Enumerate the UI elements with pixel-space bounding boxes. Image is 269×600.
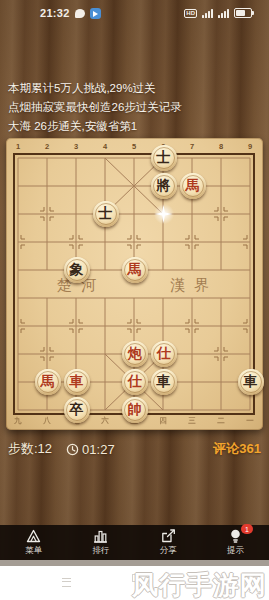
- nav-hint-button[interactable]: 1 提示: [202, 525, 269, 560]
- hamburger-mark-icon: [62, 578, 71, 587]
- hint-badge: 1: [241, 524, 253, 534]
- piece-red-馬[interactable]: 馬: [122, 257, 148, 283]
- piece-black-車[interactable]: 車: [238, 369, 264, 395]
- nav-hint-label: 提示: [227, 545, 244, 557]
- bottom-nav: 菜单 排行 分享 1: [0, 525, 269, 560]
- nav-hint-label-share: 分享: [160, 545, 177, 557]
- piece-red-帥[interactable]: 帥: [122, 397, 148, 423]
- watermark-text: 风行手游网: [132, 568, 267, 600]
- battery-icon: [234, 8, 252, 18]
- piece-red-馬[interactable]: 馬: [35, 369, 61, 395]
- app-screen: 21:32 HD 本期累计5万人挑战,29%过关 点烟抽寂寞最快创造26步过关记…: [0, 0, 269, 600]
- status-bar: 21:32 HD: [0, 5, 269, 21]
- province-rank-line: 大海 26步通关,安徽省第1: [8, 117, 265, 136]
- challenge-info: 本期累计5万人挑战,29%过关 点烟抽寂寞最快创造26步过关记录 大海 26步通…: [8, 79, 265, 136]
- menu-mountain-icon: [25, 528, 42, 544]
- signal-icon-sim2: [218, 9, 229, 18]
- move-count: 步数:12: [8, 440, 52, 458]
- piece-black-士[interactable]: 士: [151, 145, 177, 171]
- bar-chart-icon: [92, 528, 109, 544]
- piece-black-卒[interactable]: 卒: [64, 397, 90, 423]
- piece-red-車[interactable]: 車: [64, 369, 90, 395]
- challenge-stats-line: 本期累计5万人挑战,29%过关: [8, 79, 265, 98]
- piece-black-士[interactable]: 士: [93, 201, 119, 227]
- nav-share-button[interactable]: 分享: [135, 525, 202, 560]
- app-notification-icon: [90, 8, 101, 19]
- signal-icon-sim1: [202, 9, 213, 18]
- nav-ranking-button[interactable]: 排行: [67, 525, 134, 560]
- piece-black-將[interactable]: 將: [151, 173, 177, 199]
- pieces-grid: 士將馬士象馬炮仕馬車仕車車卒帥: [4, 144, 265, 424]
- comments-link[interactable]: 评论361: [213, 440, 261, 458]
- hud-row: 步数:12 01:27 评论361: [8, 440, 261, 458]
- piece-red-仕[interactable]: 仕: [122, 369, 148, 395]
- clock-time: 21:32: [40, 7, 70, 19]
- xiangqi-board[interactable]: 123456789 九八七六五四三二一 楚河 漢界 士將馬士象馬炮仕馬車仕車車卒…: [6, 138, 263, 430]
- piece-red-馬[interactable]: 馬: [180, 173, 206, 199]
- nav-ranking-label: 排行: [92, 545, 109, 557]
- hd-icon: HD: [184, 9, 197, 18]
- piece-red-仕[interactable]: 仕: [151, 341, 177, 367]
- clock-icon: [66, 443, 79, 456]
- share-icon: [160, 528, 177, 544]
- elapsed-time: 01:27: [82, 442, 115, 457]
- chat-notification-icon: [75, 9, 85, 18]
- piece-black-車[interactable]: 車: [151, 369, 177, 395]
- piece-black-象[interactable]: 象: [64, 257, 90, 283]
- piece-red-炮[interactable]: 炮: [122, 341, 148, 367]
- nav-menu-button[interactable]: 菜单: [0, 525, 67, 560]
- last-move-sparkle: [154, 204, 174, 224]
- watermark-area: 风行手游网: [0, 566, 269, 600]
- nav-menu-label: 菜单: [25, 545, 42, 557]
- record-holder-line: 点烟抽寂寞最快创造26步过关记录: [8, 98, 265, 117]
